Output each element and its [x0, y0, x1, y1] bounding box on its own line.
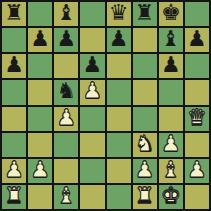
piece-white-pawn: ♟ [83, 80, 103, 102]
piece-white-bishop: ♝ [56, 185, 76, 207]
square-b7[interactable]: ♟ [28, 28, 52, 52]
piece-black-queen: ♛ [109, 2, 129, 24]
square-h3[interactable] [185, 133, 209, 157]
square-d3[interactable] [80, 133, 104, 157]
square-g5[interactable] [159, 80, 183, 104]
square-d1[interactable] [80, 185, 104, 209]
square-a2[interactable]: ♟ [2, 159, 26, 183]
square-f2[interactable]: ♟ [133, 159, 157, 183]
piece-white-pawn: ♟ [135, 159, 155, 181]
square-c2[interactable] [54, 159, 78, 183]
piece-white-pawn: ♟ [30, 159, 50, 181]
square-d5[interactable]: ♟ [80, 80, 104, 104]
square-f8[interactable]: ♜ [133, 2, 157, 26]
square-a4[interactable] [2, 107, 26, 131]
square-a1[interactable]: ♜ [2, 185, 26, 209]
piece-white-knight: ♞ [135, 133, 155, 155]
square-a8[interactable]: ♜ [2, 2, 26, 26]
square-c1[interactable]: ♝ [54, 185, 78, 209]
square-c7[interactable]: ♟ [54, 28, 78, 52]
piece-white-king: ♚ [161, 185, 181, 207]
piece-white-rook: ♜ [135, 185, 155, 207]
piece-black-pawn: ♟ [4, 54, 24, 76]
square-c8[interactable]: ♝ [54, 2, 78, 26]
square-f7[interactable] [133, 28, 157, 52]
square-e1[interactable] [107, 185, 131, 209]
square-f4[interactable] [133, 107, 157, 131]
square-c6[interactable] [54, 54, 78, 78]
square-h6[interactable] [185, 54, 209, 78]
piece-white-queen: ♛ [187, 107, 207, 129]
square-c5[interactable]: ♞ [54, 80, 78, 104]
piece-black-rook: ♜ [4, 2, 24, 24]
square-a5[interactable] [2, 80, 26, 104]
chess-board: ♜♝♛♜♚♟♟♟♝♟♟♟♟♞♟♟♛♞♟♟♟♟♝♟♜♝♜♚ [0, 0, 211, 211]
square-h7[interactable]: ♟ [185, 28, 209, 52]
square-h5[interactable] [185, 80, 209, 104]
square-e7[interactable]: ♟ [107, 28, 131, 52]
square-b8[interactable] [28, 2, 52, 26]
square-f1[interactable]: ♜ [133, 185, 157, 209]
square-c3[interactable] [54, 133, 78, 157]
square-b2[interactable]: ♟ [28, 159, 52, 183]
piece-white-rook: ♜ [4, 185, 24, 207]
square-h8[interactable] [185, 2, 209, 26]
square-d7[interactable] [80, 28, 104, 52]
square-e2[interactable] [107, 159, 131, 183]
piece-black-pawn: ♟ [83, 54, 103, 76]
piece-white-bishop: ♝ [161, 159, 181, 181]
piece-black-king: ♚ [161, 2, 181, 24]
square-h4[interactable]: ♛ [185, 107, 209, 131]
square-g4[interactable] [159, 107, 183, 131]
square-e6[interactable] [107, 54, 131, 78]
square-c4[interactable]: ♟ [54, 107, 78, 131]
piece-white-pawn: ♟ [187, 159, 207, 181]
piece-black-bishop: ♝ [161, 28, 181, 50]
piece-black-pawn: ♟ [56, 28, 76, 50]
square-d2[interactable] [80, 159, 104, 183]
square-b6[interactable] [28, 54, 52, 78]
square-b5[interactable] [28, 80, 52, 104]
square-a6[interactable]: ♟ [2, 54, 26, 78]
piece-white-pawn: ♟ [161, 133, 181, 155]
piece-white-pawn: ♟ [4, 159, 24, 181]
square-e5[interactable] [107, 80, 131, 104]
piece-black-rook: ♜ [135, 2, 155, 24]
square-g3[interactable]: ♟ [159, 133, 183, 157]
square-g7[interactable]: ♝ [159, 28, 183, 52]
square-f6[interactable] [133, 54, 157, 78]
square-d6[interactable]: ♟ [80, 54, 104, 78]
square-f3[interactable]: ♞ [133, 133, 157, 157]
square-g6[interactable]: ♟ [159, 54, 183, 78]
square-g1[interactable]: ♚ [159, 185, 183, 209]
square-h2[interactable]: ♟ [185, 159, 209, 183]
square-d4[interactable] [80, 107, 104, 131]
square-a3[interactable] [2, 133, 26, 157]
square-a7[interactable] [2, 28, 26, 52]
piece-black-pawn: ♟ [161, 54, 181, 76]
square-e8[interactable]: ♛ [107, 2, 131, 26]
square-g8[interactable]: ♚ [159, 2, 183, 26]
piece-black-pawn: ♟ [109, 28, 129, 50]
square-b4[interactable] [28, 107, 52, 131]
piece-black-pawn: ♟ [187, 28, 207, 50]
square-d8[interactable] [80, 2, 104, 26]
square-b3[interactable] [28, 133, 52, 157]
piece-white-pawn: ♟ [56, 107, 76, 129]
square-h1[interactable] [185, 185, 209, 209]
square-e3[interactable] [107, 133, 131, 157]
square-g2[interactable]: ♝ [159, 159, 183, 183]
square-e4[interactable] [107, 107, 131, 131]
square-f5[interactable] [133, 80, 157, 104]
square-b1[interactable] [28, 185, 52, 209]
piece-black-knight: ♞ [56, 80, 76, 102]
piece-black-pawn: ♟ [30, 28, 50, 50]
piece-black-bishop: ♝ [56, 2, 76, 24]
